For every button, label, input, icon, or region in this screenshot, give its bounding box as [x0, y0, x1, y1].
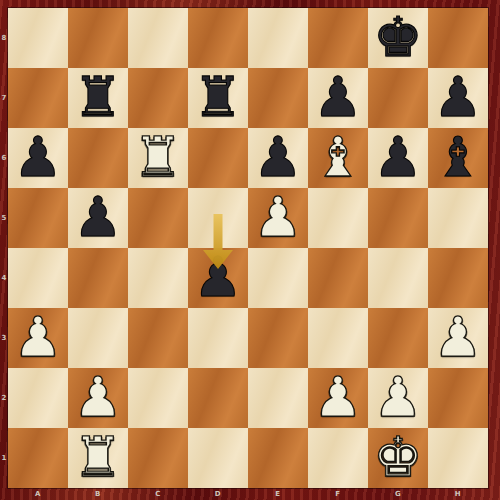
square-b7[interactable]: ♜ — [68, 68, 128, 128]
square-g8[interactable]: ♚ — [368, 8, 428, 68]
square-f7[interactable]: ♟ — [308, 68, 368, 128]
square-a2[interactable] — [8, 368, 68, 428]
file-label-g: G — [368, 488, 428, 500]
chess-app: ♚♜♜♟♟♟♜♟♝♟♝♟♟♟♟♟♟♟♟♜♚ 87654321 ABCDEFGH — [0, 0, 500, 500]
square-d5[interactable] — [188, 188, 248, 248]
square-b6[interactable] — [68, 128, 128, 188]
square-a1[interactable] — [8, 428, 68, 488]
rank-label-2: 2 — [0, 368, 8, 428]
square-g6[interactable]: ♟ — [368, 128, 428, 188]
square-f2[interactable]: ♟ — [308, 368, 368, 428]
chess-board: ♚♜♜♟♟♟♜♟♝♟♝♟♟♟♟♟♟♟♟♜♚ — [8, 8, 488, 488]
square-b1[interactable]: ♜ — [68, 428, 128, 488]
square-e6[interactable]: ♟ — [248, 128, 308, 188]
square-g1[interactable]: ♚ — [368, 428, 428, 488]
square-d8[interactable] — [188, 8, 248, 68]
square-g2[interactable]: ♟ — [368, 368, 428, 428]
square-b5[interactable]: ♟ — [68, 188, 128, 248]
square-e5[interactable]: ♟ — [248, 188, 308, 248]
square-g4[interactable] — [368, 248, 428, 308]
square-e2[interactable] — [248, 368, 308, 428]
file-label-d: D — [188, 488, 248, 500]
piece-white-pawn[interactable]: ♟ — [253, 190, 302, 245]
square-c5[interactable] — [128, 188, 188, 248]
square-c7[interactable] — [128, 68, 188, 128]
piece-white-rook[interactable]: ♜ — [133, 130, 182, 185]
square-e1[interactable] — [248, 428, 308, 488]
piece-white-rook[interactable]: ♜ — [73, 430, 122, 485]
square-c6[interactable]: ♜ — [128, 128, 188, 188]
square-f4[interactable] — [308, 248, 368, 308]
square-e8[interactable] — [248, 8, 308, 68]
piece-black-pawn[interactable]: ♟ — [313, 70, 362, 125]
square-h3[interactable]: ♟ — [428, 308, 488, 368]
square-c4[interactable] — [128, 248, 188, 308]
piece-white-pawn[interactable]: ♟ — [13, 310, 62, 365]
square-h8[interactable] — [428, 8, 488, 68]
file-label-e: E — [248, 488, 308, 500]
rank-label-5: 5 — [0, 188, 8, 248]
square-h7[interactable]: ♟ — [428, 68, 488, 128]
piece-black-king[interactable]: ♚ — [373, 10, 422, 65]
square-f3[interactable] — [308, 308, 368, 368]
piece-black-bishop[interactable]: ♝ — [433, 130, 482, 185]
square-e3[interactable] — [248, 308, 308, 368]
file-label-f: F — [308, 488, 368, 500]
piece-black-pawn[interactable]: ♟ — [193, 250, 242, 305]
rank-label-4: 4 — [0, 248, 8, 308]
rank-label-6: 6 — [0, 128, 8, 188]
piece-white-king[interactable]: ♚ — [373, 430, 422, 485]
piece-white-pawn[interactable]: ♟ — [73, 370, 122, 425]
square-f6[interactable]: ♝ — [308, 128, 368, 188]
square-c8[interactable] — [128, 8, 188, 68]
square-c3[interactable] — [128, 308, 188, 368]
square-d3[interactable] — [188, 308, 248, 368]
piece-black-rook[interactable]: ♜ — [73, 70, 122, 125]
square-h2[interactable] — [428, 368, 488, 428]
file-label-b: B — [68, 488, 128, 500]
square-a7[interactable] — [8, 68, 68, 128]
square-a4[interactable] — [8, 248, 68, 308]
rank-label-1: 1 — [0, 428, 8, 488]
rank-label-8: 8 — [0, 8, 8, 68]
file-label-h: H — [428, 488, 488, 500]
file-label-a: A — [8, 488, 68, 500]
piece-white-pawn[interactable]: ♟ — [313, 370, 362, 425]
piece-white-pawn[interactable]: ♟ — [433, 310, 482, 365]
file-label-c: C — [128, 488, 188, 500]
piece-black-pawn[interactable]: ♟ — [373, 130, 422, 185]
square-g3[interactable] — [368, 308, 428, 368]
square-b3[interactable] — [68, 308, 128, 368]
piece-white-bishop[interactable]: ♝ — [313, 130, 362, 185]
square-a3[interactable]: ♟ — [8, 308, 68, 368]
rank-label-7: 7 — [0, 68, 8, 128]
square-h4[interactable] — [428, 248, 488, 308]
piece-black-pawn[interactable]: ♟ — [73, 190, 122, 245]
square-d4[interactable]: ♟ — [188, 248, 248, 308]
square-d2[interactable] — [188, 368, 248, 428]
rank-label-3: 3 — [0, 308, 8, 368]
square-f8[interactable] — [308, 8, 368, 68]
square-d1[interactable] — [188, 428, 248, 488]
square-h1[interactable] — [428, 428, 488, 488]
square-f1[interactable] — [308, 428, 368, 488]
square-b2[interactable]: ♟ — [68, 368, 128, 428]
square-e7[interactable] — [248, 68, 308, 128]
square-g5[interactable] — [368, 188, 428, 248]
piece-black-rook[interactable]: ♜ — [193, 70, 242, 125]
square-d7[interactable]: ♜ — [188, 68, 248, 128]
square-b4[interactable] — [68, 248, 128, 308]
square-h5[interactable] — [428, 188, 488, 248]
piece-black-pawn[interactable]: ♟ — [13, 130, 62, 185]
square-h6[interactable]: ♝ — [428, 128, 488, 188]
square-b8[interactable] — [68, 8, 128, 68]
square-a8[interactable] — [8, 8, 68, 68]
square-a6[interactable]: ♟ — [8, 128, 68, 188]
square-a5[interactable] — [8, 188, 68, 248]
square-d6[interactable] — [188, 128, 248, 188]
square-f5[interactable] — [308, 188, 368, 248]
square-e4[interactable] — [248, 248, 308, 308]
piece-white-pawn[interactable]: ♟ — [373, 370, 422, 425]
square-g7[interactable] — [368, 68, 428, 128]
square-c2[interactable] — [128, 368, 188, 428]
square-c1[interactable] — [128, 428, 188, 488]
piece-black-pawn[interactable]: ♟ — [253, 130, 302, 185]
piece-black-pawn[interactable]: ♟ — [433, 70, 482, 125]
